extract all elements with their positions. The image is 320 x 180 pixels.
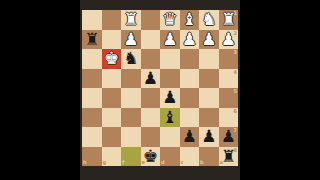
- square-f7[interactable]: [121, 127, 141, 147]
- square-b5[interactable]: [199, 88, 219, 108]
- white-queen-d1[interactable]: ♛: [162, 10, 177, 30]
- coord-file-c: c: [181, 160, 184, 165]
- video-frame: ♜♛♝♞♜1♜♟♟♟♟♟2♚♞3♟4♟5♝6♟♟♟7hgf♚edcb♜a8: [0, 0, 320, 180]
- square-f1[interactable]: ♜: [121, 10, 141, 30]
- square-d6[interactable]: ♝: [160, 108, 180, 128]
- coord-file-d: d: [161, 160, 165, 165]
- square-c7[interactable]: ♟: [180, 127, 200, 147]
- square-d8[interactable]: d: [160, 147, 180, 167]
- square-g6[interactable]: [102, 108, 122, 128]
- coord-rank-6: 6: [234, 109, 237, 114]
- square-d3[interactable]: [160, 49, 180, 69]
- coord-file-a: a: [220, 160, 223, 165]
- square-a3[interactable]: 3: [219, 49, 239, 69]
- white-king-g3[interactable]: ♚: [104, 49, 119, 69]
- chess-board: ♜♛♝♞♜1♜♟♟♟♟♟2♚♞3♟4♟5♝6♟♟♟7hgf♚edcb♜a8: [82, 10, 238, 166]
- square-a4[interactable]: 4: [219, 69, 239, 89]
- square-d4[interactable]: [160, 69, 180, 89]
- white-pawn-c2[interactable]: ♟: [182, 30, 197, 50]
- square-e5[interactable]: [141, 88, 161, 108]
- letterbox-left: [0, 0, 80, 180]
- square-f6[interactable]: [121, 108, 141, 128]
- white-rook-f1[interactable]: ♜: [123, 10, 138, 30]
- white-pawn-b2[interactable]: ♟: [201, 30, 216, 50]
- coord-rank-4: 4: [234, 70, 237, 75]
- coord-rank-5: 5: [234, 89, 237, 94]
- square-b3[interactable]: [199, 49, 219, 69]
- square-g4[interactable]: [102, 69, 122, 89]
- square-a2[interactable]: ♟2: [219, 30, 239, 50]
- square-b1[interactable]: ♞: [199, 10, 219, 30]
- coord-rank-7: 7: [234, 128, 237, 133]
- square-h4[interactable]: [82, 69, 102, 89]
- square-b8[interactable]: b: [199, 147, 219, 167]
- coord-file-h: h: [83, 160, 87, 165]
- square-f4[interactable]: [121, 69, 141, 89]
- square-a7[interactable]: ♟7: [219, 127, 239, 147]
- square-b7[interactable]: ♟: [199, 127, 219, 147]
- square-d2[interactable]: ♟: [160, 30, 180, 50]
- square-d1[interactable]: ♛: [160, 10, 180, 30]
- square-e4[interactable]: ♟: [141, 69, 161, 89]
- white-pawn-f2[interactable]: ♟: [123, 30, 138, 50]
- square-h1[interactable]: [82, 10, 102, 30]
- coord-file-f: f: [122, 160, 124, 165]
- letterbox-right: [240, 0, 320, 180]
- square-g5[interactable]: [102, 88, 122, 108]
- square-g8[interactable]: g: [102, 147, 122, 167]
- coord-file-g: g: [103, 160, 107, 165]
- square-d5[interactable]: ♟: [160, 88, 180, 108]
- coord-rank-3: 3: [234, 50, 237, 55]
- square-a1[interactable]: ♜1: [219, 10, 239, 30]
- coord-rank-2: 2: [234, 31, 237, 36]
- square-h8[interactable]: h: [82, 147, 102, 167]
- square-a5[interactable]: 5: [219, 88, 239, 108]
- square-b4[interactable]: [199, 69, 219, 89]
- square-c1[interactable]: ♝: [180, 10, 200, 30]
- square-c8[interactable]: c: [180, 147, 200, 167]
- coord-rank-8: 8: [234, 148, 237, 153]
- coord-file-b: b: [200, 160, 204, 165]
- square-a8[interactable]: ♜a8: [219, 147, 239, 167]
- square-g2[interactable]: [102, 30, 122, 50]
- square-e8[interactable]: ♚e: [141, 147, 161, 167]
- square-c2[interactable]: ♟: [180, 30, 200, 50]
- white-pawn-d2[interactable]: ♟: [162, 30, 177, 50]
- square-h3[interactable]: [82, 49, 102, 69]
- square-c4[interactable]: [180, 69, 200, 89]
- square-e7[interactable]: [141, 127, 161, 147]
- white-knight-b1[interactable]: ♞: [201, 10, 216, 30]
- black-pawn-b7[interactable]: ♟: [201, 127, 216, 147]
- black-knight-f3[interactable]: ♞: [123, 49, 138, 69]
- square-g1[interactable]: [102, 10, 122, 30]
- square-f8[interactable]: f: [121, 147, 141, 167]
- coord-rank-1: 1: [234, 11, 237, 16]
- square-b2[interactable]: ♟: [199, 30, 219, 50]
- square-c6[interactable]: [180, 108, 200, 128]
- black-pawn-d5[interactable]: ♟: [162, 88, 177, 108]
- square-h5[interactable]: [82, 88, 102, 108]
- square-h2[interactable]: ♜: [82, 30, 102, 50]
- square-a6[interactable]: 6: [219, 108, 239, 128]
- square-b6[interactable]: [199, 108, 219, 128]
- square-d7[interactable]: [160, 127, 180, 147]
- square-e2[interactable]: [141, 30, 161, 50]
- black-rook-h2[interactable]: ♜: [84, 30, 99, 50]
- square-c3[interactable]: [180, 49, 200, 69]
- square-e6[interactable]: [141, 108, 161, 128]
- square-h7[interactable]: [82, 127, 102, 147]
- square-f5[interactable]: [121, 88, 141, 108]
- coord-file-e: e: [142, 160, 145, 165]
- black-bishop-d6[interactable]: ♝: [162, 108, 177, 128]
- square-e3[interactable]: [141, 49, 161, 69]
- square-g3[interactable]: ♚: [102, 49, 122, 69]
- white-bishop-c1[interactable]: ♝: [182, 10, 197, 30]
- square-h6[interactable]: [82, 108, 102, 128]
- square-g7[interactable]: [102, 127, 122, 147]
- square-f2[interactable]: ♟: [121, 30, 141, 50]
- black-pawn-e4[interactable]: ♟: [143, 69, 158, 89]
- black-pawn-c7[interactable]: ♟: [182, 127, 197, 147]
- square-f3[interactable]: ♞: [121, 49, 141, 69]
- square-e1[interactable]: [141, 10, 161, 30]
- square-c5[interactable]: [180, 88, 200, 108]
